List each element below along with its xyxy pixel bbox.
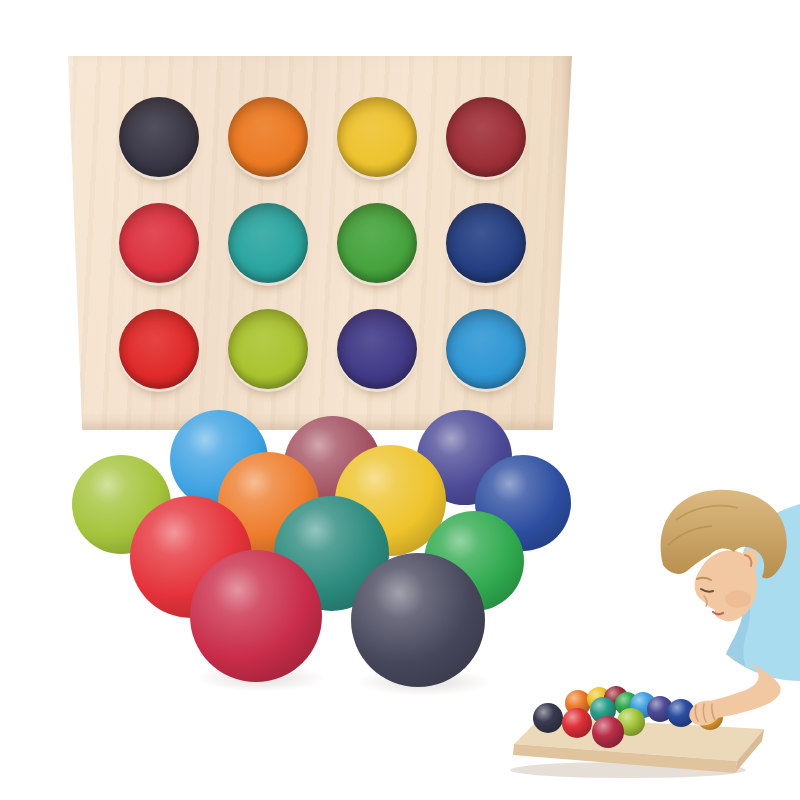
ball-maroon	[284, 416, 381, 513]
ball-contact-shadow	[356, 668, 492, 696]
ball-teal	[274, 496, 389, 611]
product-photo	[0, 0, 800, 800]
ball-charcoal-navy	[351, 553, 485, 687]
toddler	[661, 490, 800, 681]
sorting-board	[66, 56, 572, 430]
ball-orange	[218, 452, 319, 553]
hole-red	[119, 203, 199, 283]
ball-lime	[72, 455, 171, 554]
child-scene	[500, 478, 800, 800]
mini-ball-crimson	[592, 716, 624, 748]
hole-sky-blue	[446, 309, 526, 389]
hole-indigo	[337, 309, 417, 389]
hole-dark-navy	[119, 97, 199, 177]
hole-teal	[228, 203, 308, 283]
ball-yellow	[335, 445, 446, 556]
hole-yellow	[337, 97, 417, 177]
ball-crimson	[190, 550, 322, 682]
hole-lime	[228, 309, 308, 389]
mini-ball-charcoal-navy	[533, 703, 563, 733]
hole-green	[337, 203, 417, 283]
ball-contact-shadow	[196, 664, 326, 692]
hole-red-2	[119, 309, 199, 389]
hole-dark-red	[446, 97, 526, 177]
mini-ball-red	[562, 708, 592, 738]
ball-red	[130, 496, 252, 618]
hole-orange	[228, 97, 308, 177]
cheek-blush	[725, 590, 751, 608]
hole-navy-blue	[446, 203, 526, 283]
